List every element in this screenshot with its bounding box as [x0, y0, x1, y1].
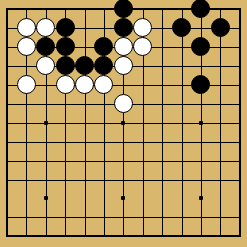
intersection[interactable] [75, 132, 94, 151]
intersection[interactable] [211, 208, 230, 227]
intersection[interactable] [133, 18, 152, 37]
intersection[interactable] [133, 227, 152, 246]
intersection[interactable] [211, 151, 230, 170]
intersection[interactable] [0, 0, 17, 18]
intersection[interactable] [17, 132, 36, 151]
intersection[interactable] [191, 56, 210, 75]
black-stone [191, 75, 210, 94]
intersection[interactable] [152, 132, 171, 151]
intersection[interactable] [36, 18, 55, 37]
intersection[interactable] [17, 37, 36, 56]
white-stone [133, 37, 152, 56]
intersection[interactable] [172, 75, 191, 94]
intersection[interactable] [114, 189, 133, 208]
star-point [44, 121, 48, 125]
intersection[interactable] [55, 0, 74, 18]
intersection[interactable] [230, 208, 247, 227]
intersection[interactable] [36, 208, 55, 227]
intersection[interactable] [55, 37, 74, 56]
white-stone [94, 75, 113, 94]
intersection[interactable] [94, 94, 113, 113]
intersection[interactable] [36, 151, 55, 170]
intersection[interactable] [75, 208, 94, 227]
intersection[interactable] [152, 94, 171, 113]
intersection[interactable] [75, 113, 94, 132]
intersection[interactable] [211, 227, 230, 246]
intersection[interactable] [55, 227, 74, 246]
intersection[interactable] [152, 0, 171, 18]
intersection[interactable] [114, 94, 133, 113]
intersection[interactable] [152, 37, 171, 56]
intersection[interactable] [55, 189, 74, 208]
black-stone [56, 18, 75, 37]
intersection[interactable] [94, 37, 113, 56]
black-stone [114, 18, 133, 37]
intersection[interactable] [17, 208, 36, 227]
intersection[interactable] [17, 56, 36, 75]
intersection[interactable] [94, 75, 113, 94]
star-point [44, 196, 48, 200]
intersection[interactable] [191, 75, 210, 94]
intersection[interactable] [230, 56, 247, 75]
white-stone [17, 18, 36, 37]
intersection[interactable] [94, 227, 113, 246]
intersection[interactable] [114, 113, 133, 132]
white-stone [36, 56, 55, 75]
intersection[interactable] [94, 208, 113, 227]
intersection[interactable] [114, 0, 133, 18]
intersection[interactable] [152, 189, 171, 208]
intersection[interactable] [75, 75, 94, 94]
intersection[interactable] [133, 94, 152, 113]
intersection[interactable] [191, 18, 210, 37]
intersection[interactable] [55, 208, 74, 227]
intersection[interactable] [0, 18, 17, 37]
intersection[interactable] [230, 151, 247, 170]
white-stone [75, 75, 94, 94]
intersection[interactable] [94, 0, 113, 18]
intersection[interactable] [211, 113, 230, 132]
intersection[interactable] [191, 132, 210, 151]
intersection[interactable] [114, 75, 133, 94]
black-stone [114, 0, 133, 18]
intersection[interactable] [114, 37, 133, 56]
intersection[interactable] [0, 94, 17, 113]
intersection[interactable] [211, 189, 230, 208]
intersection[interactable] [211, 0, 230, 18]
intersection[interactable] [191, 151, 210, 170]
white-stone [133, 18, 152, 37]
intersection[interactable] [152, 208, 171, 227]
intersection[interactable] [17, 189, 36, 208]
intersection[interactable] [94, 56, 113, 75]
intersection[interactable] [114, 18, 133, 37]
intersection[interactable] [172, 0, 191, 18]
intersection[interactable] [75, 37, 94, 56]
intersection[interactable] [36, 94, 55, 113]
intersection[interactable] [191, 37, 210, 56]
intersection[interactable] [36, 75, 55, 94]
intersection[interactable] [133, 189, 152, 208]
black-stone [56, 37, 75, 56]
white-stone [17, 37, 36, 56]
white-stone [56, 75, 75, 94]
intersection[interactable] [133, 208, 152, 227]
intersection[interactable] [55, 18, 74, 37]
intersection[interactable] [172, 37, 191, 56]
white-stone [114, 56, 133, 75]
intersection[interactable] [75, 151, 94, 170]
black-stone [75, 56, 94, 75]
intersection[interactable] [0, 189, 17, 208]
intersection[interactable] [211, 94, 230, 113]
black-stone [191, 0, 210, 18]
intersection[interactable] [133, 0, 152, 18]
intersection[interactable] [0, 113, 17, 132]
go-board [0, 0, 247, 247]
intersection[interactable] [36, 132, 55, 151]
intersection[interactable] [152, 170, 171, 189]
intersection[interactable] [55, 132, 74, 151]
intersection[interactable] [172, 189, 191, 208]
intersection[interactable] [152, 56, 171, 75]
intersection[interactable] [114, 132, 133, 151]
intersection[interactable] [211, 37, 230, 56]
intersection[interactable] [230, 113, 247, 132]
intersection[interactable] [36, 37, 55, 56]
intersection[interactable] [55, 170, 74, 189]
board-intersections [0, 0, 247, 246]
white-stone [36, 18, 55, 37]
black-stone [211, 18, 230, 37]
intersection[interactable] [230, 94, 247, 113]
intersection[interactable] [172, 18, 191, 37]
intersection[interactable] [75, 56, 94, 75]
intersection[interactable] [152, 18, 171, 37]
intersection[interactable] [133, 132, 152, 151]
intersection[interactable] [36, 227, 55, 246]
intersection[interactable] [0, 75, 17, 94]
intersection[interactable] [133, 37, 152, 56]
intersection[interactable] [75, 94, 94, 113]
intersection[interactable] [230, 227, 247, 246]
intersection[interactable] [191, 113, 210, 132]
intersection[interactable] [55, 94, 74, 113]
intersection[interactable] [75, 0, 94, 18]
intersection[interactable] [94, 113, 113, 132]
black-stone [172, 18, 191, 37]
intersection[interactable] [133, 113, 152, 132]
intersection[interactable] [0, 170, 17, 189]
intersection[interactable] [230, 37, 247, 56]
intersection[interactable] [152, 113, 171, 132]
intersection[interactable] [211, 18, 230, 37]
intersection[interactable] [172, 56, 191, 75]
intersection[interactable] [230, 132, 247, 151]
black-stone [94, 37, 113, 56]
intersection[interactable] [94, 151, 113, 170]
intersection[interactable] [17, 18, 36, 37]
intersection[interactable] [172, 208, 191, 227]
intersection[interactable] [17, 0, 36, 18]
intersection[interactable] [94, 132, 113, 151]
intersection[interactable] [17, 151, 36, 170]
intersection[interactable] [36, 56, 55, 75]
intersection[interactable] [0, 208, 17, 227]
intersection[interactable] [230, 189, 247, 208]
intersection[interactable] [191, 208, 210, 227]
intersection[interactable] [191, 189, 210, 208]
black-stone [36, 37, 55, 56]
intersection[interactable] [172, 113, 191, 132]
intersection[interactable] [17, 113, 36, 132]
intersection[interactable] [94, 189, 113, 208]
intersection[interactable] [36, 0, 55, 18]
intersection[interactable] [55, 151, 74, 170]
intersection[interactable] [133, 75, 152, 94]
black-stone [56, 56, 75, 75]
intersection[interactable] [114, 227, 133, 246]
intersection[interactable] [191, 0, 210, 18]
intersection[interactable] [191, 170, 210, 189]
intersection[interactable] [17, 94, 36, 113]
intersection[interactable] [172, 227, 191, 246]
intersection[interactable] [211, 75, 230, 94]
intersection[interactable] [152, 227, 171, 246]
intersection[interactable] [191, 94, 210, 113]
intersection[interactable] [211, 170, 230, 189]
white-stone [17, 75, 36, 94]
intersection[interactable] [230, 18, 247, 37]
intersection[interactable] [230, 170, 247, 189]
intersection[interactable] [0, 132, 17, 151]
intersection[interactable] [17, 170, 36, 189]
black-stone [94, 56, 113, 75]
intersection[interactable] [152, 151, 171, 170]
intersection[interactable] [114, 208, 133, 227]
intersection[interactable] [0, 37, 17, 56]
intersection[interactable] [230, 75, 247, 94]
intersection[interactable] [17, 227, 36, 246]
intersection[interactable] [230, 0, 247, 18]
intersection[interactable] [55, 75, 74, 94]
intersection[interactable] [211, 132, 230, 151]
intersection[interactable] [0, 56, 17, 75]
intersection[interactable] [211, 56, 230, 75]
black-stone [191, 37, 210, 56]
white-stone [114, 94, 133, 113]
intersection[interactable] [94, 18, 113, 37]
intersection[interactable] [75, 18, 94, 37]
intersection[interactable] [0, 227, 17, 246]
intersection[interactable] [75, 189, 94, 208]
star-point [121, 121, 125, 125]
intersection[interactable] [75, 170, 94, 189]
white-stone [114, 37, 133, 56]
intersection[interactable] [172, 132, 191, 151]
intersection[interactable] [114, 151, 133, 170]
intersection[interactable] [94, 170, 113, 189]
intersection[interactable] [172, 151, 191, 170]
intersection[interactable] [114, 170, 133, 189]
intersection[interactable] [172, 94, 191, 113]
star-point [121, 196, 125, 200]
intersection[interactable] [133, 170, 152, 189]
star-point [199, 121, 203, 125]
intersection[interactable] [17, 75, 36, 94]
intersection[interactable] [152, 75, 171, 94]
intersection[interactable] [133, 151, 152, 170]
star-point [199, 196, 203, 200]
intersection[interactable] [0, 151, 17, 170]
intersection[interactable] [36, 189, 55, 208]
intersection[interactable] [75, 227, 94, 246]
intersection[interactable] [133, 56, 152, 75]
intersection[interactable] [114, 56, 133, 75]
intersection[interactable] [172, 170, 191, 189]
intersection[interactable] [36, 113, 55, 132]
intersection[interactable] [36, 170, 55, 189]
intersection[interactable] [55, 56, 74, 75]
intersection[interactable] [55, 113, 74, 132]
intersection[interactable] [191, 227, 210, 246]
